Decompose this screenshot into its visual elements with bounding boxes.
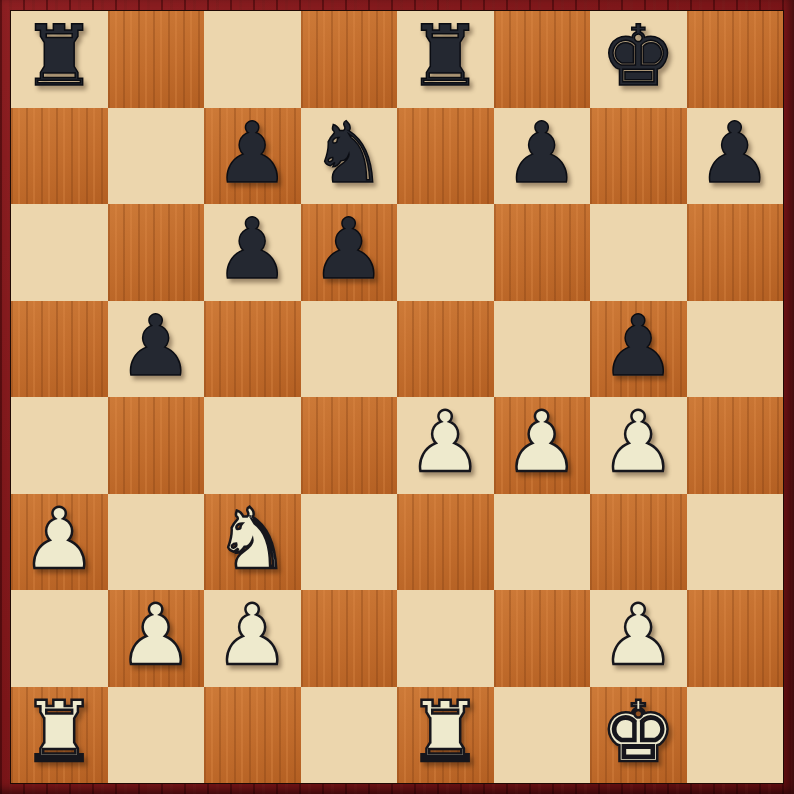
square-a6[interactable] xyxy=(11,204,108,301)
square-g3[interactable] xyxy=(590,494,687,591)
square-b3[interactable] xyxy=(108,494,205,591)
square-d4[interactable] xyxy=(301,397,398,494)
square-h4[interactable] xyxy=(687,397,784,494)
square-c5[interactable] xyxy=(204,301,301,398)
square-c1[interactable] xyxy=(204,687,301,784)
square-e4[interactable]: ♟ xyxy=(397,397,494,494)
black-pawn[interactable]: ♟ xyxy=(118,304,193,388)
square-e1[interactable]: ♜ xyxy=(397,687,494,784)
black-rook[interactable]: ♜ xyxy=(22,14,97,98)
square-d5[interactable] xyxy=(301,301,398,398)
square-g1[interactable]: ♚ xyxy=(590,687,687,784)
white-rook[interactable]: ♜ xyxy=(22,690,97,774)
square-f2[interactable] xyxy=(494,590,591,687)
square-d3[interactable] xyxy=(301,494,398,591)
black-rook[interactable]: ♜ xyxy=(408,14,483,98)
square-b6[interactable] xyxy=(108,204,205,301)
black-king[interactable]: ♚ xyxy=(601,14,676,98)
square-h6[interactable] xyxy=(687,204,784,301)
square-h7[interactable]: ♟ xyxy=(687,108,784,205)
square-e6[interactable] xyxy=(397,204,494,301)
square-c8[interactable] xyxy=(204,11,301,108)
square-f5[interactable] xyxy=(494,301,591,398)
square-a5[interactable] xyxy=(11,301,108,398)
square-f6[interactable] xyxy=(494,204,591,301)
square-c3[interactable]: ♞ xyxy=(204,494,301,591)
square-g5[interactable]: ♟ xyxy=(590,301,687,398)
white-pawn[interactable]: ♟ xyxy=(118,593,193,677)
square-b4[interactable] xyxy=(108,397,205,494)
square-h2[interactable] xyxy=(687,590,784,687)
white-pawn[interactable]: ♟ xyxy=(22,497,97,581)
square-g6[interactable] xyxy=(590,204,687,301)
square-a1[interactable]: ♜ xyxy=(11,687,108,784)
black-pawn[interactable]: ♟ xyxy=(215,111,290,195)
square-c4[interactable] xyxy=(204,397,301,494)
square-d6[interactable]: ♟ xyxy=(301,204,398,301)
black-pawn[interactable]: ♟ xyxy=(215,207,290,291)
square-e2[interactable] xyxy=(397,590,494,687)
square-h8[interactable] xyxy=(687,11,784,108)
square-b8[interactable] xyxy=(108,11,205,108)
black-pawn[interactable]: ♟ xyxy=(697,111,772,195)
white-pawn[interactable]: ♟ xyxy=(215,593,290,677)
square-a7[interactable] xyxy=(11,108,108,205)
board-frame: ♜♜♚♟♞♟♟♟♟♟♟♟♟♟♟♞♟♟♟♜♜♚ xyxy=(0,0,794,794)
square-a4[interactable] xyxy=(11,397,108,494)
white-pawn[interactable]: ♟ xyxy=(601,593,676,677)
black-pawn[interactable]: ♟ xyxy=(504,111,579,195)
square-h3[interactable] xyxy=(687,494,784,591)
square-b5[interactable]: ♟ xyxy=(108,301,205,398)
square-f1[interactable] xyxy=(494,687,591,784)
square-g4[interactable]: ♟ xyxy=(590,397,687,494)
white-pawn[interactable]: ♟ xyxy=(601,400,676,484)
square-c7[interactable]: ♟ xyxy=(204,108,301,205)
square-f4[interactable]: ♟ xyxy=(494,397,591,494)
square-e3[interactable] xyxy=(397,494,494,591)
square-g2[interactable]: ♟ xyxy=(590,590,687,687)
square-c6[interactable]: ♟ xyxy=(204,204,301,301)
square-c2[interactable]: ♟ xyxy=(204,590,301,687)
square-h1[interactable] xyxy=(687,687,784,784)
black-pawn[interactable]: ♟ xyxy=(311,207,386,291)
white-pawn[interactable]: ♟ xyxy=(408,400,483,484)
square-a8[interactable]: ♜ xyxy=(11,11,108,108)
white-pawn[interactable]: ♟ xyxy=(504,400,579,484)
square-a2[interactable] xyxy=(11,590,108,687)
black-knight[interactable]: ♞ xyxy=(311,111,386,195)
square-d8[interactable] xyxy=(301,11,398,108)
square-b7[interactable] xyxy=(108,108,205,205)
square-g8[interactable]: ♚ xyxy=(590,11,687,108)
white-king[interactable]: ♚ xyxy=(601,690,676,774)
square-e5[interactable] xyxy=(397,301,494,398)
square-f3[interactable] xyxy=(494,494,591,591)
chess-board: ♜♜♚♟♞♟♟♟♟♟♟♟♟♟♟♞♟♟♟♜♜♚ xyxy=(10,10,784,784)
square-g7[interactable] xyxy=(590,108,687,205)
square-h5[interactable] xyxy=(687,301,784,398)
square-e8[interactable]: ♜ xyxy=(397,11,494,108)
square-f8[interactable] xyxy=(494,11,591,108)
square-d2[interactable] xyxy=(301,590,398,687)
square-b1[interactable] xyxy=(108,687,205,784)
square-a3[interactable]: ♟ xyxy=(11,494,108,591)
white-knight[interactable]: ♞ xyxy=(215,497,290,581)
black-pawn[interactable]: ♟ xyxy=(601,304,676,388)
square-d7[interactable]: ♞ xyxy=(301,108,398,205)
square-e7[interactable] xyxy=(397,108,494,205)
square-b2[interactable]: ♟ xyxy=(108,590,205,687)
square-d1[interactable] xyxy=(301,687,398,784)
square-f7[interactable]: ♟ xyxy=(494,108,591,205)
white-rook[interactable]: ♜ xyxy=(408,690,483,774)
